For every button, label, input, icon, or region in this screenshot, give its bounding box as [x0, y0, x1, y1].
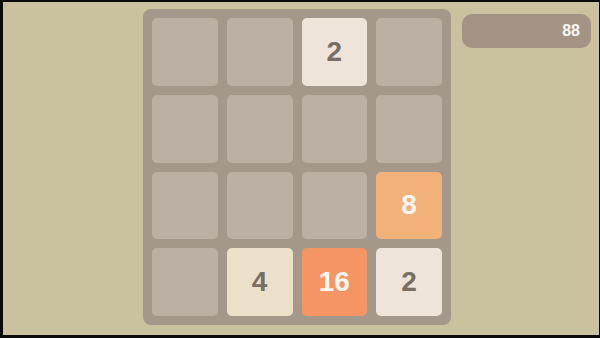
empty-cell-r2c3 — [302, 95, 368, 163]
empty-cell-r2c2 — [227, 95, 293, 163]
empty-cell-r3c2 — [227, 172, 293, 240]
empty-cell-r4c1 — [152, 248, 218, 316]
empty-cell-r3c1 — [152, 172, 218, 240]
empty-cell-r3c3 — [302, 172, 368, 240]
tile-4-r4c2: 4 — [227, 248, 293, 316]
score-value: 88 — [562, 22, 580, 40]
empty-cell-r2c4 — [376, 95, 442, 163]
tile-2-r4c4: 2 — [376, 248, 442, 316]
empty-cell-r2c1 — [152, 95, 218, 163]
tile-16-r4c3: 16 — [302, 248, 368, 316]
score-box: 88 — [462, 14, 591, 48]
tile-2-r1c3: 2 — [302, 18, 368, 86]
board-2048[interactable]: 284162 — [143, 9, 451, 325]
empty-cell-r1c2 — [227, 18, 293, 86]
game-background: 284162 88 — [3, 2, 599, 335]
empty-cell-r1c1 — [152, 18, 218, 86]
tile-8-r3c4: 8 — [376, 172, 442, 240]
empty-cell-r1c4 — [376, 18, 442, 86]
